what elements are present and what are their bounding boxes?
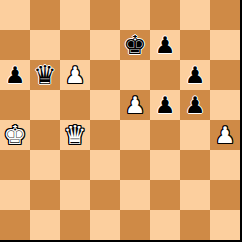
square-g6[interactable]: ♟ — [180, 60, 210, 90]
piece-black-pawn[interactable]: ♟ — [155, 90, 176, 120]
piece-white-pawn[interactable]: ♟ — [65, 60, 86, 90]
square-a1[interactable] — [0, 210, 30, 240]
square-a3[interactable] — [0, 150, 30, 180]
square-c8[interactable] — [60, 0, 90, 30]
square-f5[interactable]: ♟ — [150, 90, 180, 120]
square-f4[interactable] — [150, 120, 180, 150]
square-a4[interactable]: ♚ — [0, 120, 30, 150]
square-g3[interactable] — [180, 150, 210, 180]
square-b3[interactable] — [30, 150, 60, 180]
piece-white-king[interactable]: ♚ — [3, 120, 26, 150]
square-a5[interactable] — [0, 90, 30, 120]
square-b5[interactable] — [30, 90, 60, 120]
square-h6[interactable] — [210, 60, 240, 90]
square-h2[interactable] — [210, 180, 240, 210]
square-h5[interactable] — [210, 90, 240, 120]
square-e3[interactable] — [120, 150, 150, 180]
square-d2[interactable] — [90, 180, 120, 210]
piece-white-queen[interactable]: ♛ — [63, 120, 86, 150]
square-b7[interactable] — [30, 30, 60, 60]
square-d3[interactable] — [90, 150, 120, 180]
square-a2[interactable] — [0, 180, 30, 210]
square-a7[interactable] — [0, 30, 30, 60]
square-a6[interactable]: ♟ — [0, 60, 30, 90]
square-e7[interactable]: ♚ — [120, 30, 150, 60]
piece-black-pawn[interactable]: ♟ — [185, 60, 206, 90]
square-e1[interactable] — [120, 210, 150, 240]
square-h3[interactable] — [210, 150, 240, 180]
square-d8[interactable] — [90, 0, 120, 30]
square-d1[interactable] — [90, 210, 120, 240]
square-b4[interactable] — [30, 120, 60, 150]
square-c2[interactable] — [60, 180, 90, 210]
square-g1[interactable] — [180, 210, 210, 240]
square-c5[interactable] — [60, 90, 90, 120]
square-d5[interactable] — [90, 90, 120, 120]
square-f7[interactable]: ♟ — [150, 30, 180, 60]
square-b8[interactable] — [30, 0, 60, 30]
square-c1[interactable] — [60, 210, 90, 240]
square-b1[interactable] — [30, 210, 60, 240]
square-f2[interactable] — [150, 180, 180, 210]
square-e2[interactable] — [120, 180, 150, 210]
square-h1[interactable] — [210, 210, 240, 240]
square-g4[interactable] — [180, 120, 210, 150]
square-f3[interactable] — [150, 150, 180, 180]
square-h8[interactable] — [210, 0, 240, 30]
square-e8[interactable] — [120, 0, 150, 30]
square-e4[interactable] — [120, 120, 150, 150]
square-c6[interactable]: ♟ — [60, 60, 90, 90]
square-e5[interactable]: ♟ — [120, 90, 150, 120]
piece-black-pawn[interactable]: ♟ — [155, 30, 176, 60]
square-c3[interactable] — [60, 150, 90, 180]
piece-black-queen[interactable]: ♛ — [33, 60, 56, 90]
chess-screenshot: ♚♟♟♛♟♟♟♟♟♚♛♟ — [0, 0, 242, 242]
square-d6[interactable] — [90, 60, 120, 90]
piece-black-king[interactable]: ♚ — [123, 30, 146, 60]
piece-black-pawn[interactable]: ♟ — [5, 60, 26, 90]
square-g7[interactable] — [180, 30, 210, 60]
square-c4[interactable]: ♛ — [60, 120, 90, 150]
piece-white-pawn[interactable]: ♟ — [215, 120, 236, 150]
square-h4[interactable]: ♟ — [210, 120, 240, 150]
piece-white-pawn[interactable]: ♟ — [125, 90, 146, 120]
square-d4[interactable] — [90, 120, 120, 150]
square-a8[interactable] — [0, 0, 30, 30]
square-f1[interactable] — [150, 210, 180, 240]
square-f8[interactable] — [150, 0, 180, 30]
square-g8[interactable] — [180, 0, 210, 30]
square-h7[interactable] — [210, 30, 240, 60]
square-b6[interactable]: ♛ — [30, 60, 60, 90]
piece-black-pawn[interactable]: ♟ — [185, 90, 206, 120]
square-g2[interactable] — [180, 180, 210, 210]
square-b2[interactable] — [30, 180, 60, 210]
square-g5[interactable]: ♟ — [180, 90, 210, 120]
square-e6[interactable] — [120, 60, 150, 90]
square-c7[interactable] — [60, 30, 90, 60]
square-f6[interactable] — [150, 60, 180, 90]
chess-board: ♚♟♟♛♟♟♟♟♟♚♛♟ — [0, 0, 240, 240]
square-d7[interactable] — [90, 30, 120, 60]
